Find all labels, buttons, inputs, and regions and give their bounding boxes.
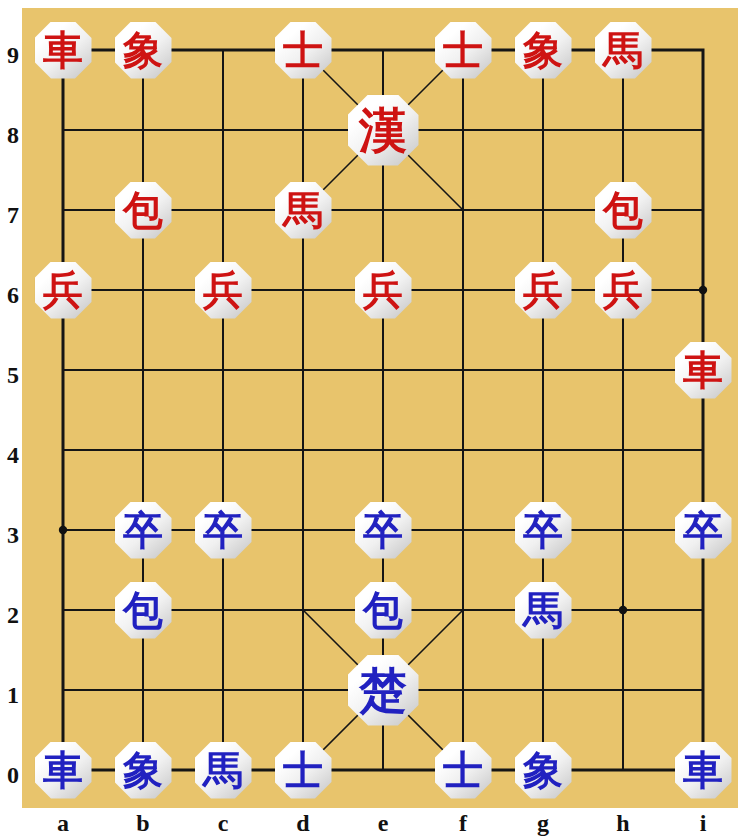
- file-label-h: h: [616, 810, 629, 837]
- square-e6: 兵: [343, 250, 423, 330]
- square-b2: 包: [103, 570, 183, 650]
- piece-red-elephant-g9[interactable]: 象: [515, 22, 572, 79]
- file-label-g: g: [537, 810, 549, 837]
- square-f9: 士: [423, 10, 503, 90]
- file-label-a: a: [57, 810, 69, 837]
- piece-red-advisor-d9[interactable]: 士: [275, 22, 332, 79]
- piece-red-soldier-e6[interactable]: 兵: [355, 262, 412, 319]
- square-i0: 車: [663, 730, 743, 810]
- piece-red-soldier-a6[interactable]: 兵: [35, 262, 92, 319]
- piece-blue-chariot-i0[interactable]: 車: [675, 742, 732, 799]
- piece-red-elephant-b9[interactable]: 象: [115, 22, 172, 79]
- piece-red-cannon-h7[interactable]: 包: [595, 182, 652, 239]
- square-h7: 包: [583, 170, 663, 250]
- square-b3: 卒: [103, 490, 183, 570]
- square-d7: 馬: [263, 170, 343, 250]
- piece-blue-advisor-f0[interactable]: 士: [435, 742, 492, 799]
- piece-blue-general-e1[interactable]: 楚: [348, 655, 419, 726]
- piece-blue-horse-c0[interactable]: 馬: [195, 742, 252, 799]
- rank-label-8: 8: [7, 122, 19, 149]
- piece-blue-cannon-e2[interactable]: 包: [355, 582, 412, 639]
- square-i3: 卒: [663, 490, 743, 570]
- janggi-board-screenshot: 車象士士象馬漢包馬包兵兵兵兵兵車卒卒卒卒卒包包馬楚車象馬士士象車 9876543…: [0, 0, 750, 839]
- square-f0: 士: [423, 730, 503, 810]
- square-c3: 卒: [183, 490, 263, 570]
- square-g6: 兵: [503, 250, 583, 330]
- square-b0: 象: [103, 730, 183, 810]
- piece-blue-cannon-b2[interactable]: 包: [115, 582, 172, 639]
- square-e3: 卒: [343, 490, 423, 570]
- piece-blue-soldier-c3[interactable]: 卒: [195, 502, 252, 559]
- piece-red-horse-h9[interactable]: 馬: [595, 22, 652, 79]
- square-b9: 象: [103, 10, 183, 90]
- piece-blue-chariot-a0[interactable]: 車: [35, 742, 92, 799]
- rank-label-9: 9: [7, 42, 19, 69]
- piece-blue-horse-g2[interactable]: 馬: [515, 582, 572, 639]
- file-label-c: c: [218, 810, 229, 837]
- piece-red-cannon-b7[interactable]: 包: [115, 182, 172, 239]
- piece-red-horse-d7[interactable]: 馬: [275, 182, 332, 239]
- file-label-i: i: [700, 810, 707, 837]
- square-e8: 漢: [343, 90, 423, 170]
- piece-red-advisor-f9[interactable]: 士: [435, 22, 492, 79]
- file-label-e: e: [378, 810, 389, 837]
- square-a9: 車: [23, 10, 103, 90]
- square-d0: 士: [263, 730, 343, 810]
- rank-label-6: 6: [7, 282, 19, 309]
- square-g2: 馬: [503, 570, 583, 650]
- square-b7: 包: [103, 170, 183, 250]
- rank-label-4: 4: [7, 442, 19, 469]
- square-h6: 兵: [583, 250, 663, 330]
- piece-blue-soldier-i3[interactable]: 卒: [675, 502, 732, 559]
- square-a0: 車: [23, 730, 103, 810]
- board: 車象士士象馬漢包馬包兵兵兵兵兵車卒卒卒卒卒包包馬楚車象馬士士象車: [23, 10, 743, 810]
- piece-red-chariot-i5[interactable]: 車: [675, 342, 732, 399]
- square-h9: 馬: [583, 10, 663, 90]
- square-g0: 象: [503, 730, 583, 810]
- square-e1: 楚: [343, 650, 423, 730]
- file-label-b: b: [136, 810, 149, 837]
- square-g9: 象: [503, 10, 583, 90]
- square-e2: 包: [343, 570, 423, 650]
- piece-blue-elephant-g0[interactable]: 象: [515, 742, 572, 799]
- piece-red-chariot-a9[interactable]: 車: [35, 22, 92, 79]
- piece-blue-soldier-e3[interactable]: 卒: [355, 502, 412, 559]
- rank-label-2: 2: [7, 602, 19, 629]
- piece-blue-soldier-b3[interactable]: 卒: [115, 502, 172, 559]
- piece-blue-soldier-g3[interactable]: 卒: [515, 502, 572, 559]
- piece-red-soldier-c6[interactable]: 兵: [195, 262, 252, 319]
- rank-label-0: 0: [7, 762, 19, 789]
- square-i5: 車: [663, 330, 743, 410]
- rank-label-7: 7: [7, 202, 19, 229]
- piece-red-soldier-g6[interactable]: 兵: [515, 262, 572, 319]
- piece-red-soldier-h6[interactable]: 兵: [595, 262, 652, 319]
- rank-label-3: 3: [7, 522, 19, 549]
- square-d9: 士: [263, 10, 343, 90]
- piece-red-general-e8[interactable]: 漢: [348, 95, 419, 166]
- square-g3: 卒: [503, 490, 583, 570]
- piece-blue-advisor-d0[interactable]: 士: [275, 742, 332, 799]
- rank-label-5: 5: [7, 362, 19, 389]
- file-label-f: f: [459, 810, 467, 837]
- square-c0: 馬: [183, 730, 263, 810]
- square-c6: 兵: [183, 250, 263, 330]
- file-label-d: d: [296, 810, 309, 837]
- rank-label-1: 1: [7, 682, 19, 709]
- piece-blue-elephant-b0[interactable]: 象: [115, 742, 172, 799]
- square-a6: 兵: [23, 250, 103, 330]
